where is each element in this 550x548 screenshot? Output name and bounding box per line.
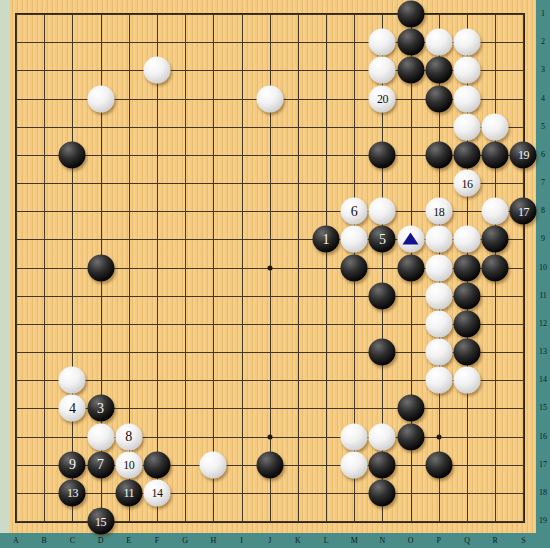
stone-C17[interactable]: 9 (59, 451, 86, 478)
row-label-6: 6 (541, 151, 545, 159)
stone-P3[interactable] (425, 57, 452, 84)
stone-Q10[interactable] (454, 254, 481, 281)
column-label-J: J (268, 537, 271, 545)
row-label-4: 4 (541, 95, 545, 103)
stone-N13[interactable] (369, 339, 396, 366)
stone-R5[interactable] (482, 113, 509, 140)
row-label-1: 1 (541, 10, 545, 18)
move-number-label: 7 (97, 458, 104, 472)
stone-F18[interactable]: 14 (143, 479, 170, 506)
stone-Q9[interactable] (454, 226, 481, 253)
row-label-5: 5 (541, 123, 545, 131)
move-number-label: 19 (518, 149, 529, 161)
column-label-L: L (324, 537, 329, 545)
stone-S8[interactable]: 17 (510, 198, 537, 225)
row-label-18: 18 (539, 489, 547, 497)
row-label-19: 19 (539, 517, 547, 525)
stone-O16[interactable] (397, 423, 424, 450)
column-label-Q: Q (464, 537, 470, 545)
row-label-17: 17 (539, 461, 547, 469)
stone-O15[interactable] (397, 395, 424, 422)
row-label-13: 13 (539, 348, 547, 356)
stone-N16[interactable] (369, 423, 396, 450)
stone-Q11[interactable] (454, 282, 481, 309)
stone-L9[interactable]: 1 (313, 226, 340, 253)
stone-N11[interactable] (369, 282, 396, 309)
row-label-15: 15 (539, 404, 547, 412)
board-left-border (0, 0, 10, 533)
stone-N18[interactable] (369, 479, 396, 506)
stone-M10[interactable] (341, 254, 368, 281)
stone-H17[interactable] (200, 451, 227, 478)
stone-P4[interactable] (425, 85, 452, 112)
stone-N3[interactable] (369, 57, 396, 84)
column-label-I: I (240, 537, 243, 545)
stone-C18[interactable]: 13 (59, 479, 86, 506)
column-label-O: O (408, 537, 414, 545)
stone-M16[interactable] (341, 423, 368, 450)
column-label-S: S (521, 537, 525, 545)
stone-Q13[interactable] (454, 339, 481, 366)
column-label-M: M (351, 537, 358, 545)
stone-E18[interactable]: 11 (115, 479, 142, 506)
stone-N2[interactable] (369, 29, 396, 56)
stone-P11[interactable] (425, 282, 452, 309)
move-number-label: 17 (518, 205, 529, 217)
stone-F17[interactable] (143, 451, 170, 478)
stone-N17[interactable] (369, 451, 396, 478)
row-label-8: 8 (541, 207, 545, 215)
row-label-10: 10 (539, 264, 547, 272)
stone-J17[interactable] (256, 451, 283, 478)
stone-P6[interactable] (425, 141, 452, 168)
stone-R9[interactable] (482, 226, 509, 253)
row-label-3: 3 (541, 66, 545, 74)
stone-O1[interactable] (397, 1, 424, 28)
stone-P9[interactable] (425, 226, 452, 253)
row-label-7: 7 (541, 179, 545, 187)
row-label-11: 11 (539, 292, 547, 300)
move-number-label: 10 (123, 459, 134, 471)
row-label-16: 16 (539, 433, 547, 441)
column-label-K: K (295, 537, 301, 545)
stone-D17[interactable]: 7 (87, 451, 114, 478)
stone-M8[interactable]: 6 (341, 198, 368, 225)
stone-S6[interactable]: 19 (510, 141, 537, 168)
move-number-label: 4 (69, 401, 76, 415)
stone-Q3[interactable] (454, 57, 481, 84)
stone-M17[interactable] (341, 451, 368, 478)
stone-P8[interactable]: 18 (425, 198, 452, 225)
column-label-G: G (182, 537, 188, 545)
stone-Q6[interactable] (454, 141, 481, 168)
stone-M9[interactable] (341, 226, 368, 253)
move-number-label: 15 (95, 515, 106, 527)
star-point (436, 434, 441, 439)
stone-R6[interactable] (482, 141, 509, 168)
stone-O10[interactable] (397, 254, 424, 281)
stone-Q7[interactable]: 16 (454, 170, 481, 197)
stone-C14[interactable] (59, 367, 86, 394)
triangle-marker-icon (403, 232, 419, 244)
stone-J4[interactable] (256, 85, 283, 112)
move-number-label: 18 (433, 205, 444, 217)
stone-O2[interactable] (397, 29, 424, 56)
stone-N9[interactable]: 5 (369, 226, 396, 253)
stone-D19[interactable]: 15 (87, 508, 114, 535)
stone-E16[interactable]: 8 (115, 423, 142, 450)
move-number-label: 1 (323, 232, 330, 246)
stone-P14[interactable] (425, 367, 452, 394)
stone-Q2[interactable] (454, 29, 481, 56)
stone-Q5[interactable] (454, 113, 481, 140)
row-label-2: 2 (541, 38, 545, 46)
column-label-E: E (126, 537, 131, 545)
row-label-9: 9 (541, 235, 545, 243)
stone-D4[interactable] (87, 85, 114, 112)
stone-P13[interactable] (425, 339, 452, 366)
stone-E17[interactable]: 10 (115, 451, 142, 478)
stone-P10[interactable] (425, 254, 452, 281)
move-number-label: 5 (379, 232, 386, 246)
move-number-label: 3 (97, 401, 104, 415)
stone-D16[interactable] (87, 423, 114, 450)
stone-N6[interactable] (369, 141, 396, 168)
go-board-app: 2019166181715438971013111415123456789101… (0, 0, 550, 548)
stone-P17[interactable] (425, 451, 452, 478)
stone-Q14[interactable] (454, 367, 481, 394)
stone-P12[interactable] (425, 310, 452, 337)
row-label-12: 12 (539, 320, 547, 328)
star-point (267, 434, 272, 439)
stone-P2[interactable] (425, 29, 452, 56)
stone-D10[interactable] (87, 254, 114, 281)
move-number-label: 6 (351, 204, 358, 218)
stone-N8[interactable] (369, 198, 396, 225)
stone-O9[interactable] (397, 226, 424, 253)
stone-O3[interactable] (397, 57, 424, 84)
column-label-A: A (13, 537, 19, 545)
star-point (267, 265, 272, 270)
column-label-D: D (98, 537, 104, 545)
row-label-14: 14 (539, 376, 547, 384)
stone-D15[interactable]: 3 (87, 395, 114, 422)
column-label-F: F (155, 537, 159, 545)
stone-Q12[interactable] (454, 310, 481, 337)
column-label-B: B (42, 537, 47, 545)
stone-C6[interactable] (59, 141, 86, 168)
stone-F3[interactable] (143, 57, 170, 84)
stone-C15[interactable]: 4 (59, 395, 86, 422)
move-number-label: 13 (67, 487, 78, 499)
column-label-N: N (380, 537, 386, 545)
column-label-R: R (493, 537, 498, 545)
move-number-label: 20 (377, 93, 388, 105)
move-number-label: 16 (462, 177, 473, 189)
move-number-label: 14 (151, 487, 162, 499)
stone-R8[interactable] (482, 198, 509, 225)
move-number-label: 11 (123, 487, 134, 499)
move-number-label: 8 (125, 430, 132, 444)
column-label-H: H (210, 537, 216, 545)
stone-N4[interactable]: 20 (369, 85, 396, 112)
column-label-P: P (437, 537, 441, 545)
column-label-C: C (70, 537, 75, 545)
stone-Q4[interactable] (454, 85, 481, 112)
stone-R10[interactable] (482, 254, 509, 281)
move-number-label: 9 (69, 458, 76, 472)
